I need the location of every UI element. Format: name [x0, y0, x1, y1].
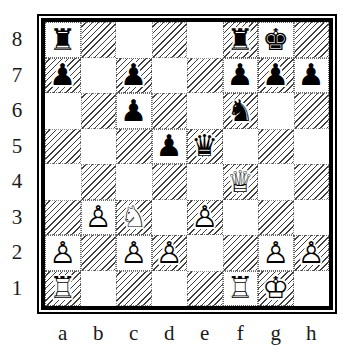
- rank-label-4: 4: [0, 164, 34, 200]
- square-d7[interactable]: [152, 58, 188, 94]
- piece-black-rook: ♜♜: [45, 22, 81, 58]
- piece-black-pawn: ♟♟: [116, 93, 152, 129]
- rank-label-5: 5: [0, 129, 34, 165]
- square-e1[interactable]: [187, 271, 223, 307]
- piece-black-pawn: ♟♟: [294, 58, 330, 94]
- piece-white-pawn: ♟♙: [81, 200, 117, 236]
- piece-black-pawn: ♟♟: [45, 58, 81, 94]
- square-e8[interactable]: [187, 22, 223, 58]
- rank-label-2: 2: [0, 235, 34, 271]
- piece-black-queen: ♛♛: [187, 129, 223, 165]
- square-c5[interactable]: [116, 129, 152, 165]
- square-a5[interactable]: [45, 129, 81, 165]
- piece-white-pawn: ♟♙: [116, 235, 152, 271]
- square-a3[interactable]: [45, 200, 81, 236]
- square-d2[interactable]: ♟♙: [152, 235, 188, 271]
- piece-glyph-black-queen: ♛: [191, 131, 218, 161]
- file-label-d: d: [152, 318, 188, 348]
- square-h5[interactable]: [294, 129, 330, 165]
- piece-glyph-black-rook: ♜: [49, 25, 76, 55]
- piece-glyph-white-pawn: ♙: [262, 238, 289, 268]
- board-frame-outer: ♜♜♜♜♚♚♟♟♟♟♟♟♟♟♟♟♟♟♞♞♟♟♛♛♛♕♟♙♞♘♟♙♟♙♟♙♟♙♟♙…: [37, 14, 337, 314]
- piece-white-rook: ♜♖: [223, 271, 259, 307]
- file-label-f: f: [223, 318, 259, 348]
- square-a7[interactable]: ♟♟: [45, 58, 81, 94]
- piece-black-pawn: ♟♟: [116, 58, 152, 94]
- chess-board: ♜♜♜♜♚♚♟♟♟♟♟♟♟♟♟♟♟♟♞♞♟♟♛♛♛♕♟♙♞♘♟♙♟♙♟♙♟♙♟♙…: [45, 22, 329, 306]
- square-b3[interactable]: ♟♙: [81, 200, 117, 236]
- square-g8[interactable]: ♚♚: [258, 22, 294, 58]
- square-a4[interactable]: [45, 164, 81, 200]
- square-e4[interactable]: [187, 164, 223, 200]
- file-label-b: b: [81, 318, 117, 348]
- piece-black-knight: ♞♞: [223, 93, 259, 129]
- square-f7[interactable]: ♟♟: [223, 58, 259, 94]
- piece-white-knight: ♞♘: [116, 200, 152, 236]
- square-c2[interactable]: ♟♙: [116, 235, 152, 271]
- piece-white-pawn: ♟♙: [294, 235, 330, 271]
- square-e7[interactable]: [187, 58, 223, 94]
- piece-glyph-white-pawn: ♙: [49, 238, 76, 268]
- piece-glyph-white-pawn: ♙: [191, 202, 218, 232]
- square-a6[interactable]: [45, 93, 81, 129]
- piece-glyph-black-king: ♚: [262, 25, 289, 55]
- rank-label-7: 7: [0, 58, 34, 94]
- file-labels: abcdefgh: [45, 318, 329, 348]
- square-h8[interactable]: [294, 22, 330, 58]
- piece-white-queen: ♛♕: [223, 164, 259, 200]
- file-label-e: e: [187, 318, 223, 348]
- piece-black-rook: ♜♜: [223, 22, 259, 58]
- square-f4[interactable]: ♛♕: [223, 164, 259, 200]
- file-label-a: a: [45, 318, 81, 348]
- piece-glyph-white-rook: ♖: [227, 273, 254, 303]
- piece-glyph-black-pawn: ♟: [49, 60, 76, 90]
- piece-black-pawn: ♟♟: [152, 129, 188, 165]
- square-c3[interactable]: ♞♘: [116, 200, 152, 236]
- piece-glyph-white-pawn: ♙: [120, 238, 147, 268]
- file-label-g: g: [258, 318, 294, 348]
- piece-white-pawn: ♟♙: [45, 235, 81, 271]
- square-d5[interactable]: ♟♟: [152, 129, 188, 165]
- piece-glyph-black-pawn: ♟: [227, 60, 254, 90]
- rank-label-1: 1: [0, 271, 34, 307]
- piece-glyph-black-pawn: ♟: [156, 131, 183, 161]
- piece-glyph-black-pawn: ♟: [262, 60, 289, 90]
- square-f6[interactable]: ♞♞: [223, 93, 259, 129]
- square-f2[interactable]: [223, 235, 259, 271]
- rank-labels: 87654321: [0, 22, 34, 306]
- square-b5[interactable]: [81, 129, 117, 165]
- square-f1[interactable]: ♜♖: [223, 271, 259, 307]
- square-f5[interactable]: [223, 129, 259, 165]
- file-label-h: h: [294, 318, 330, 348]
- piece-white-pawn: ♟♙: [258, 235, 294, 271]
- square-h6[interactable]: [294, 93, 330, 129]
- file-label-c: c: [116, 318, 152, 348]
- piece-glyph-white-pawn: ♙: [85, 202, 112, 232]
- square-a2[interactable]: ♟♙: [45, 235, 81, 271]
- piece-white-king: ♚♔: [258, 271, 294, 307]
- square-c1[interactable]: [116, 271, 152, 307]
- rank-label-6: 6: [0, 93, 34, 129]
- piece-black-pawn: ♟♟: [223, 58, 259, 94]
- square-d8[interactable]: [152, 22, 188, 58]
- piece-glyph-black-pawn: ♟: [298, 60, 325, 90]
- square-b7[interactable]: [81, 58, 117, 94]
- piece-black-pawn: ♟♟: [258, 58, 294, 94]
- piece-glyph-black-rook: ♜: [227, 25, 254, 55]
- piece-glyph-white-rook: ♖: [49, 273, 76, 303]
- square-d1[interactable]: [152, 271, 188, 307]
- square-b6[interactable]: [81, 93, 117, 129]
- square-h4[interactable]: [294, 164, 330, 200]
- square-g1[interactable]: ♚♔: [258, 271, 294, 307]
- square-c7[interactable]: ♟♟: [116, 58, 152, 94]
- piece-white-pawn: ♟♙: [187, 200, 223, 236]
- square-e5[interactable]: ♛♛: [187, 129, 223, 165]
- piece-glyph-black-pawn: ♟: [120, 96, 147, 126]
- square-b4[interactable]: [81, 164, 117, 200]
- square-h7[interactable]: ♟♟: [294, 58, 330, 94]
- rank-label-3: 3: [0, 200, 34, 236]
- square-g5[interactable]: [258, 129, 294, 165]
- square-g6[interactable]: [258, 93, 294, 129]
- square-g4[interactable]: [258, 164, 294, 200]
- piece-black-king: ♚♚: [258, 22, 294, 58]
- square-b2[interactable]: [81, 235, 117, 271]
- square-c6[interactable]: ♟♟: [116, 93, 152, 129]
- square-d6[interactable]: [152, 93, 188, 129]
- square-e2[interactable]: [187, 235, 223, 271]
- square-a8[interactable]: ♜♜: [45, 22, 81, 58]
- piece-glyph-black-pawn: ♟: [120, 60, 147, 90]
- square-h2[interactable]: ♟♙: [294, 235, 330, 271]
- square-c4[interactable]: [116, 164, 152, 200]
- square-g3[interactable]: [258, 200, 294, 236]
- piece-white-pawn: ♟♙: [152, 235, 188, 271]
- square-h1[interactable]: [294, 271, 330, 307]
- piece-glyph-white-pawn: ♙: [156, 238, 183, 268]
- square-c8[interactable]: [116, 22, 152, 58]
- square-d4[interactable]: [152, 164, 188, 200]
- square-e3[interactable]: ♟♙: [187, 200, 223, 236]
- piece-glyph-white-king: ♔: [262, 273, 289, 303]
- piece-glyph-white-queen: ♕: [227, 167, 254, 197]
- square-e6[interactable]: [187, 93, 223, 129]
- chess-diagram: 87654321 ♜♜♜♜♚♚♟♟♟♟♟♟♟♟♟♟♟♟♞♞♟♟♛♛♛♕♟♙♞♘♟…: [0, 0, 363, 353]
- square-g2[interactable]: ♟♙: [258, 235, 294, 271]
- square-a1[interactable]: ♜♖: [45, 271, 81, 307]
- piece-glyph-white-knight: ♘: [120, 202, 147, 232]
- board-frame-inner: ♜♜♜♜♚♚♟♟♟♟♟♟♟♟♟♟♟♟♞♞♟♟♛♛♛♕♟♙♞♘♟♙♟♙♟♙♟♙♟♙…: [41, 18, 333, 310]
- square-f3[interactable]: [223, 200, 259, 236]
- square-g7[interactable]: ♟♟: [258, 58, 294, 94]
- square-b1[interactable]: [81, 271, 117, 307]
- square-f8[interactable]: ♜♜: [223, 22, 259, 58]
- rank-label-8: 8: [0, 22, 34, 58]
- square-d3[interactable]: [152, 200, 188, 236]
- piece-glyph-white-pawn: ♙: [298, 238, 325, 268]
- square-b8[interactable]: [81, 22, 117, 58]
- piece-glyph-black-knight: ♞: [227, 96, 254, 126]
- square-h3[interactable]: [294, 200, 330, 236]
- piece-white-rook: ♜♖: [45, 271, 81, 307]
